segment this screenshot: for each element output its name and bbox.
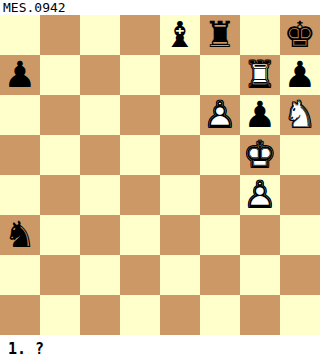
square-e7[interactable] [160,55,200,95]
white-pawn-f6[interactable]: ♟ [204,97,236,133]
square-e6[interactable] [160,95,200,135]
square-c2[interactable] [80,255,120,295]
square-h7[interactable]: ♟ [280,55,320,95]
square-c5[interactable] [80,135,120,175]
square-e3[interactable] [160,215,200,255]
square-a7[interactable]: ♟ [0,55,40,95]
chess-board: ♝♜♚♟♜♟♟♟♞♚♟♞ [0,15,320,335]
puzzle-id: MES.0942 [0,0,320,15]
square-a1[interactable] [0,295,40,335]
square-c1[interactable] [80,295,120,335]
black-bishop-e8[interactable]: ♝ [164,17,196,53]
square-d3[interactable] [120,215,160,255]
square-h4[interactable] [280,175,320,215]
black-pawn-g6[interactable]: ♟ [244,97,276,133]
square-e1[interactable] [160,295,200,335]
square-d4[interactable] [120,175,160,215]
square-h2[interactable] [280,255,320,295]
square-g2[interactable] [240,255,280,295]
square-g6[interactable]: ♟ [240,95,280,135]
square-d2[interactable] [120,255,160,295]
square-f6[interactable]: ♟ [200,95,240,135]
square-h8[interactable]: ♚ [280,15,320,55]
square-f7[interactable] [200,55,240,95]
square-b7[interactable] [40,55,80,95]
square-e4[interactable] [160,175,200,215]
black-rook-f8[interactable]: ♜ [204,17,236,53]
square-c3[interactable] [80,215,120,255]
white-knight-h6[interactable]: ♞ [284,97,316,133]
square-g1[interactable] [240,295,280,335]
white-king-g5[interactable]: ♚ [244,137,276,173]
black-king-h8[interactable]: ♚ [284,17,316,53]
square-d6[interactable] [120,95,160,135]
square-h3[interactable] [280,215,320,255]
square-d7[interactable] [120,55,160,95]
square-g3[interactable] [240,215,280,255]
square-a3[interactable]: ♞ [0,215,40,255]
square-g8[interactable] [240,15,280,55]
square-c7[interactable] [80,55,120,95]
square-e8[interactable]: ♝ [160,15,200,55]
square-f2[interactable] [200,255,240,295]
white-pawn-g4[interactable]: ♟ [244,177,276,213]
square-f5[interactable] [200,135,240,175]
square-h6[interactable]: ♞ [280,95,320,135]
black-pawn-h7[interactable]: ♟ [284,57,316,93]
square-a5[interactable] [0,135,40,175]
chess-diagram-page: MES.0942 ♝♜♚♟♜♟♟♟♞♚♟♞ 1. ? [0,0,320,360]
square-b4[interactable] [40,175,80,215]
square-b3[interactable] [40,215,80,255]
square-b1[interactable] [40,295,80,335]
square-c6[interactable] [80,95,120,135]
black-pawn-a7[interactable]: ♟ [4,57,36,93]
white-rook-g7[interactable]: ♜ [244,57,276,93]
square-d8[interactable] [120,15,160,55]
square-b8[interactable] [40,15,80,55]
square-h1[interactable] [280,295,320,335]
square-a6[interactable] [0,95,40,135]
square-g4[interactable]: ♟ [240,175,280,215]
square-e5[interactable] [160,135,200,175]
square-c4[interactable] [80,175,120,215]
square-f1[interactable] [200,295,240,335]
square-e2[interactable] [160,255,200,295]
square-b5[interactable] [40,135,80,175]
square-d1[interactable] [120,295,160,335]
square-b2[interactable] [40,255,80,295]
square-d5[interactable] [120,135,160,175]
square-f8[interactable]: ♜ [200,15,240,55]
move-prompt: 1. ? [0,335,320,360]
square-c8[interactable] [80,15,120,55]
square-a8[interactable] [0,15,40,55]
square-g5[interactable]: ♚ [240,135,280,175]
square-b6[interactable] [40,95,80,135]
square-f3[interactable] [200,215,240,255]
square-a4[interactable] [0,175,40,215]
square-f4[interactable] [200,175,240,215]
square-a2[interactable] [0,255,40,295]
square-g7[interactable]: ♜ [240,55,280,95]
square-h5[interactable] [280,135,320,175]
black-knight-a3[interactable]: ♞ [4,217,36,253]
